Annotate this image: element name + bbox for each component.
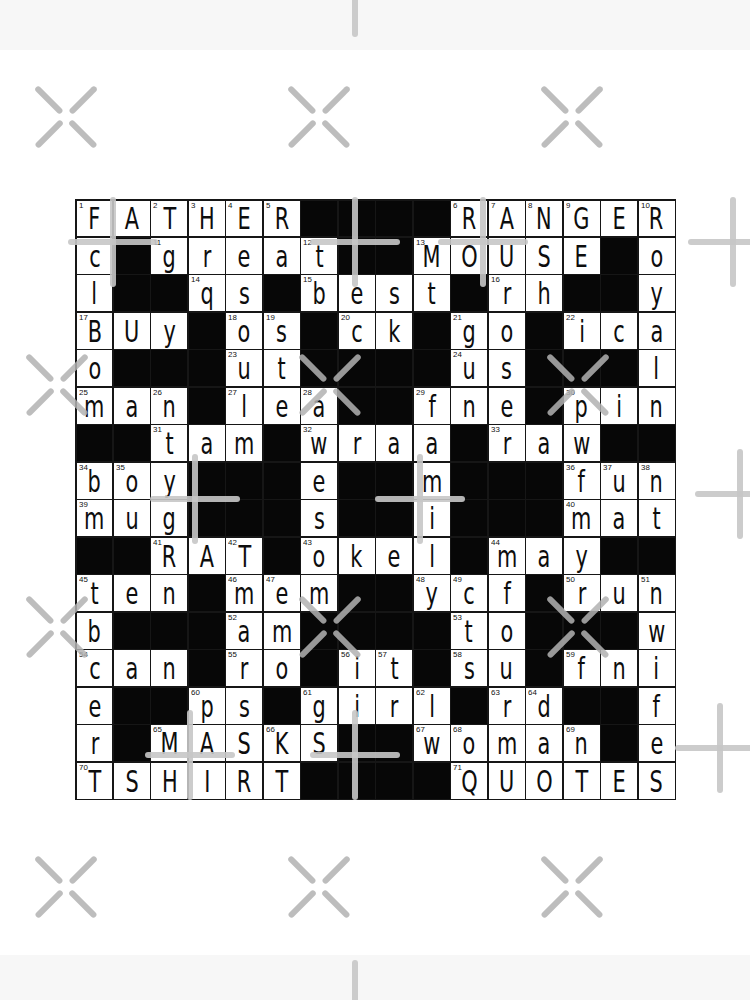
grid-cell: i (601, 388, 637, 424)
cell-number: 63 (491, 689, 500, 697)
cell-letter: s (464, 652, 475, 685)
cell-number: 54 (79, 651, 88, 659)
grid-cell: n (151, 650, 187, 686)
grid-cell: m (264, 613, 300, 649)
grid-cell: f (489, 575, 525, 611)
block-cell (376, 388, 412, 424)
cell-letter: s (389, 277, 400, 310)
cell-letter: w (311, 427, 328, 460)
grid-cell: 18o (226, 313, 262, 349)
grid-cell: l (414, 538, 450, 574)
grid-cell: 45t (77, 575, 113, 611)
cell-letter: N (536, 202, 552, 235)
cell-letter: S (238, 727, 251, 760)
block-cell (564, 613, 600, 649)
grid-cell: 7A (489, 201, 525, 237)
cell-letter: U (124, 314, 139, 347)
cell-number: 21 (453, 314, 462, 322)
cell-letter: e (275, 577, 288, 610)
grid-cell: A (114, 201, 150, 237)
grid-cell: S (301, 725, 337, 761)
cell-letter: r (577, 577, 586, 610)
cell-letter: g (163, 239, 176, 272)
grid-cell: r (339, 425, 375, 461)
cell-letter: w (423, 727, 440, 760)
block-cell (114, 275, 150, 311)
cell-letter: m (272, 614, 292, 647)
cell-letter: o (500, 614, 513, 647)
cell-letter: a (538, 727, 551, 760)
grid-cell: a (601, 500, 637, 536)
grid-cell: U (114, 313, 150, 349)
cell-letter: l (429, 689, 435, 722)
block-cell (226, 463, 262, 499)
cell-letter: U (499, 239, 514, 272)
grid-cell: a (189, 425, 225, 461)
grid-cell: 66K (264, 725, 300, 761)
crossword-grid: 1FA2T3H4E5R6R7A8N9GE10Rc11grea12t13MOUSE… (75, 199, 676, 800)
grid-cell: 47e (264, 575, 300, 611)
cell-letter: l (241, 389, 247, 422)
grid-cell: 6R (451, 201, 487, 237)
grid-cell: 1F (77, 201, 113, 237)
grid-cell: o (77, 350, 113, 386)
grid-cell: u (114, 500, 150, 536)
cell-number: 19 (266, 314, 275, 322)
grid-cell: 10R (639, 201, 675, 237)
cell-letter: t (165, 427, 173, 460)
grid-cell: w (564, 425, 600, 461)
grid-cell: S (526, 238, 562, 274)
cell-letter: e (126, 577, 139, 610)
grid-cell: y (639, 275, 675, 311)
grid-cell: f (639, 688, 675, 724)
cell-letter: T (275, 764, 288, 797)
cell-letter: c (613, 314, 624, 347)
grid-cell: 51n (639, 575, 675, 611)
cell-number: 36 (566, 464, 575, 472)
cell-letter: y (426, 577, 438, 610)
cell-number: 51 (641, 576, 650, 584)
cell-letter: u (238, 352, 251, 385)
cell-letter: a (200, 427, 213, 460)
cell-number: 66 (266, 726, 275, 734)
cell-letter: l (654, 352, 660, 385)
grid-cell: 35o (114, 463, 150, 499)
cell-letter: i (354, 652, 360, 685)
cell-letter: s (314, 502, 325, 535)
cell-letter: s (501, 352, 512, 385)
cell-letter: s (239, 277, 250, 310)
x-watermark-icon (285, 853, 353, 921)
grid-cell: 9G (564, 201, 600, 237)
block-cell (451, 500, 487, 536)
cell-letter: A (200, 539, 214, 572)
cell-letter: y (575, 539, 587, 572)
cell-letter: m (234, 427, 254, 460)
cell-letter: r (502, 689, 511, 722)
cell-letter: S (650, 764, 663, 797)
cell-letter: a (538, 427, 551, 460)
cell-number: 42 (228, 539, 237, 547)
cell-letter: m (84, 502, 104, 535)
cell-letter: T (238, 539, 251, 572)
grid-cell: 34b (77, 463, 113, 499)
grid-cell: 50r (564, 575, 600, 611)
cell-letter: F (88, 202, 100, 235)
block-cell (301, 763, 337, 799)
grid-cell: T (264, 763, 300, 799)
cell-number: 53 (453, 614, 462, 622)
cell-letter: K (275, 727, 289, 760)
grid-cell: 69n (564, 725, 600, 761)
cell-number: 61 (303, 689, 312, 697)
grid-cell: 32w (301, 425, 337, 461)
cell-letter: T (88, 764, 101, 797)
cell-letter: n (163, 652, 176, 685)
cell-letter: H (199, 202, 215, 235)
grid-cell: 48y (414, 575, 450, 611)
cell-number: 6 (453, 202, 457, 210)
cell-letter: a (388, 427, 401, 460)
cell-letter: R (237, 764, 252, 797)
cell-letter: u (612, 464, 625, 497)
block-cell (189, 388, 225, 424)
block-cell (114, 238, 150, 274)
block-cell (301, 350, 337, 386)
grid-cell: n (451, 388, 487, 424)
cell-letter: a (538, 539, 551, 572)
cell-number: 52 (228, 614, 237, 622)
block-cell (376, 725, 412, 761)
cell-number: 3 (191, 202, 195, 210)
block-cell (339, 463, 375, 499)
cell-number: 56 (341, 651, 350, 659)
cell-letter: f (578, 652, 585, 685)
cell-letter: H (162, 764, 178, 797)
block-cell (151, 275, 187, 311)
cell-number: 17 (79, 314, 88, 322)
block-cell (526, 463, 562, 499)
grid-cell: m (489, 725, 525, 761)
block-cell (339, 575, 375, 611)
x-watermark-icon (538, 853, 606, 921)
grid-cell: i (339, 688, 375, 724)
cell-letter: h (537, 277, 550, 310)
grid-cell: a (376, 425, 412, 461)
block-cell (376, 463, 412, 499)
block-cell (264, 500, 300, 536)
cell-letter: n (650, 464, 663, 497)
grid-cell: 4E (226, 201, 262, 237)
block-cell (339, 763, 375, 799)
cell-number: 35 (116, 464, 125, 472)
grid-cell: a (114, 388, 150, 424)
cell-letter: u (612, 577, 625, 610)
cell-number: 33 (491, 426, 500, 434)
grid-cell: u (601, 575, 637, 611)
cell-letter: S (537, 239, 550, 272)
cell-letter: e (238, 239, 251, 272)
block-cell (639, 425, 675, 461)
grid-cell: H (151, 763, 187, 799)
cell-number: 60 (191, 689, 200, 697)
grid-cell: 20c (339, 313, 375, 349)
block-cell (301, 650, 337, 686)
block-cell (489, 500, 525, 536)
cell-number: 62 (416, 689, 425, 697)
grid-cell: e (339, 275, 375, 311)
grid-cell: y (564, 538, 600, 574)
grid-cell: i (639, 650, 675, 686)
block-cell (151, 350, 187, 386)
cell-number: 26 (153, 389, 162, 397)
block-cell (114, 538, 150, 574)
grid-cell: 12t (301, 238, 337, 274)
grid-cell: a (639, 313, 675, 349)
grid-cell: e (376, 538, 412, 574)
grid-cell: r (376, 688, 412, 724)
cell-letter: o (126, 464, 139, 497)
cell-letter: R (162, 539, 177, 572)
cell-letter: O (536, 764, 552, 797)
cell-number: 1 (79, 202, 83, 210)
grid-cell: 61g (301, 688, 337, 724)
grid-cell: o (489, 313, 525, 349)
block-cell (376, 763, 412, 799)
cell-letter: c (463, 577, 474, 610)
cell-letter: n (163, 577, 176, 610)
cell-letter: s (239, 689, 250, 722)
grid-cell: u (489, 650, 525, 686)
cell-number: 7 (491, 202, 495, 210)
cell-number: 18 (228, 314, 237, 322)
cell-number: 70 (79, 764, 88, 772)
cell-letter: k (388, 314, 400, 347)
grid-cell: e (489, 388, 525, 424)
cell-letter: M (423, 239, 441, 272)
block-cell (601, 238, 637, 274)
cell-letter: m (234, 577, 254, 610)
grid-cell: s (226, 275, 262, 311)
cell-number: 9 (566, 202, 570, 210)
cell-number: 11 (153, 239, 161, 247)
cell-letter: O (461, 239, 477, 272)
block-cell (639, 538, 675, 574)
cell-letter: r (203, 239, 212, 272)
cell-letter: d (537, 689, 550, 722)
grid-cell: m (414, 463, 450, 499)
cell-letter: r (352, 427, 361, 460)
cell-letter: A (125, 202, 139, 235)
grid-cell: 57t (376, 650, 412, 686)
cell-letter: A (499, 202, 513, 235)
cell-letter: e (313, 464, 326, 497)
block-cell (301, 201, 337, 237)
block-cell (526, 350, 562, 386)
block-cell (414, 763, 450, 799)
cell-number: 59 (566, 651, 575, 659)
grid-cell: 63r (489, 688, 525, 724)
cell-letter: g (313, 689, 326, 722)
cell-letter: E (575, 239, 588, 272)
cell-letter: R (275, 202, 290, 235)
page-background-band-bottom (0, 955, 750, 1000)
cell-number: 43 (303, 539, 312, 547)
grid-cell: 55r (226, 650, 262, 686)
cell-number: 2 (153, 202, 157, 210)
cell-letter: n (463, 389, 476, 422)
cell-number: 14 (191, 276, 200, 284)
block-cell (189, 350, 225, 386)
cell-letter: y (650, 277, 662, 310)
grid-cell: 27l (226, 388, 262, 424)
cell-number: 69 (566, 726, 575, 734)
grid-cell: E (601, 201, 637, 237)
cell-letter: o (500, 314, 513, 347)
grid-cell: 13M (414, 238, 450, 274)
grid-cell: 59f (564, 650, 600, 686)
block-cell (226, 500, 262, 536)
grid-cell: i (414, 500, 450, 536)
block-cell (376, 201, 412, 237)
grid-cell: a (526, 538, 562, 574)
block-cell (564, 350, 600, 386)
cell-letter: M (160, 727, 178, 760)
grid-cell: 25m (77, 388, 113, 424)
grid-cell: o (264, 650, 300, 686)
cell-letter: T (163, 202, 176, 235)
block-cell (601, 425, 637, 461)
grid-cell: 38n (639, 463, 675, 499)
grid-cell: 49c (451, 575, 487, 611)
grid-cell: b (77, 613, 113, 649)
grid-cell: n (151, 575, 187, 611)
block-cell (601, 538, 637, 574)
cell-letter: e (388, 539, 401, 572)
block-cell (601, 725, 637, 761)
grid-cell: n (601, 650, 637, 686)
cell-letter: b (88, 464, 101, 497)
cell-letter: R (462, 202, 477, 235)
grid-cell: 68o (451, 725, 487, 761)
grid-cell: 23u (226, 350, 262, 386)
grid-cell: a (526, 725, 562, 761)
block-cell (414, 350, 450, 386)
grid-cell: 42T (226, 538, 262, 574)
grid-cell: r (77, 725, 113, 761)
grid-cell: 22i (564, 313, 600, 349)
cell-letter: e (500, 389, 513, 422)
cell-letter: c (351, 314, 362, 347)
cell-letter: a (275, 239, 288, 272)
cell-number: 45 (79, 576, 88, 584)
cell-letter: m (84, 389, 104, 422)
grid-cell: e (639, 725, 675, 761)
cell-number: 58 (453, 651, 462, 659)
cell-letter: o (313, 539, 326, 572)
cell-letter: g (163, 502, 176, 535)
grid-cell: 19s (264, 313, 300, 349)
cell-number: 29 (416, 389, 425, 397)
cell-number: 22 (566, 314, 575, 322)
cell-letter: t (315, 239, 323, 272)
grid-cell: 16r (489, 275, 525, 311)
grid-cell: A (189, 538, 225, 574)
cell-letter: n (650, 389, 663, 422)
cell-number: 24 (453, 351, 462, 359)
cell-letter: n (650, 577, 663, 610)
block-cell (339, 613, 375, 649)
cell-letter: f (578, 464, 585, 497)
cell-number: 47 (266, 576, 275, 584)
grid-cell: 2T (151, 201, 187, 237)
grid-cell: I (189, 763, 225, 799)
block-cell (264, 463, 300, 499)
cell-letter: i (354, 689, 360, 722)
cell-letter: n (575, 727, 588, 760)
cell-letter: g (463, 314, 476, 347)
grid-cell: 46m (226, 575, 262, 611)
cell-letter: b (313, 277, 326, 310)
cell-letter: c (89, 652, 100, 685)
grid-cell: a (114, 650, 150, 686)
grid-cell: E (564, 238, 600, 274)
grid-cell: U (489, 238, 525, 274)
cell-letter: o (88, 352, 101, 385)
cell-number: 28 (303, 389, 312, 397)
block-cell (564, 688, 600, 724)
grid-cell: o (639, 238, 675, 274)
grid-cell: e (114, 575, 150, 611)
cell-number: 37 (603, 464, 612, 472)
grid-cell: l (77, 275, 113, 311)
cell-number: 20 (341, 314, 350, 322)
grid-cell: 64d (526, 688, 562, 724)
cell-letter: a (425, 427, 438, 460)
grid-cell: 70T (77, 763, 113, 799)
block-cell (526, 575, 562, 611)
grid-cell: h (526, 275, 562, 311)
cell-letter: S (313, 727, 326, 760)
cell-letter: m (309, 577, 329, 610)
block-cell (264, 688, 300, 724)
block-cell (114, 725, 150, 761)
grid-cell: e (264, 388, 300, 424)
plus-watermark-icon (695, 449, 750, 539)
block-cell (301, 313, 337, 349)
cell-letter: f (503, 577, 510, 610)
block-cell (414, 650, 450, 686)
grid-cell: t (414, 275, 450, 311)
grid-cell: t (639, 500, 675, 536)
cell-letter: o (275, 652, 288, 685)
cell-letter: t (652, 502, 660, 535)
block-cell (451, 538, 487, 574)
x-watermark-icon (285, 83, 353, 151)
cell-letter: p (575, 389, 588, 422)
grid-cell: k (376, 313, 412, 349)
grid-cell: 28a (301, 388, 337, 424)
cell-letter: t (390, 652, 398, 685)
grid-cell: w (639, 613, 675, 649)
cell-letter: Q (461, 764, 477, 797)
cell-letter: r (502, 427, 511, 460)
cell-letter: l (92, 277, 98, 310)
cell-letter: a (613, 502, 626, 535)
cell-letter: a (126, 389, 139, 422)
crossword-art-print: 1FA2T3H4E5R6R7A8N9GE10Rc11grea12t13MOUSE… (0, 0, 750, 1000)
